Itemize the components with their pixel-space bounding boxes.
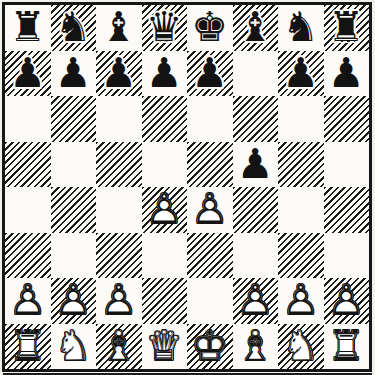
white-queen: ♛♕ (142, 324, 188, 370)
white-knight: ♞♘ (51, 324, 97, 370)
square-d5[interactable] (142, 142, 188, 188)
black-pawn-glyph: ♟ (5, 51, 51, 97)
square-f7[interactable] (233, 51, 279, 97)
black-pawn-glyph: ♟ (51, 51, 97, 97)
square-d1[interactable]: ♛♕ (142, 324, 188, 370)
square-g6[interactable] (278, 96, 324, 142)
black-queen: ♛ (142, 5, 188, 51)
white-pawn-outline: ♙ (187, 187, 233, 233)
black-pawn: ♟ (278, 51, 324, 97)
black-knight: ♞ (51, 5, 97, 51)
square-f8[interactable]: ♝ (233, 5, 279, 51)
white-knight-outline: ♘ (51, 324, 97, 370)
square-d4[interactable]: ♟♙ (142, 187, 188, 233)
black-pawn: ♟ (5, 51, 51, 97)
square-f6[interactable] (233, 96, 279, 142)
black-bishop: ♝ (233, 5, 279, 51)
white-bishop-outline: ♗ (233, 324, 279, 370)
square-b8[interactable]: ♞ (51, 5, 97, 51)
square-c7[interactable]: ♟ (96, 51, 142, 97)
square-c6[interactable] (96, 96, 142, 142)
square-c3[interactable] (96, 233, 142, 279)
white-rook: ♜♖ (5, 324, 51, 370)
square-e8[interactable]: ♚ (187, 5, 233, 51)
square-c2[interactable]: ♟♙ (96, 278, 142, 324)
black-pawn: ♟ (142, 51, 188, 97)
square-a4[interactable] (5, 187, 51, 233)
white-pawn: ♟♙ (278, 278, 324, 324)
square-h7[interactable]: ♟ (324, 51, 370, 97)
black-bishop-glyph: ♝ (233, 5, 279, 51)
square-h5[interactable] (324, 142, 370, 188)
square-d6[interactable] (142, 96, 188, 142)
square-h4[interactable] (324, 187, 370, 233)
black-king: ♚ (187, 5, 233, 51)
square-h8[interactable]: ♜ (324, 5, 370, 51)
black-pawn-glyph: ♟ (187, 51, 233, 97)
chess-board: ♜♞♝♛♚♝♞♜♟♟♟♟♟♟♟♟♟♙♟♙♟♙♟♙♟♙♟♙♟♙♟♙♜♖♞♘♝♗♛♕… (2, 2, 372, 372)
white-rook-outline: ♖ (324, 324, 370, 370)
square-b1[interactable]: ♞♘ (51, 324, 97, 370)
square-e1[interactable]: ♚♔ (187, 324, 233, 370)
square-g4[interactable] (278, 187, 324, 233)
square-d8[interactable]: ♛ (142, 5, 188, 51)
black-pawn: ♟ (96, 51, 142, 97)
white-king: ♚♔ (187, 324, 233, 370)
white-knight-outline: ♘ (278, 324, 324, 370)
white-bishop: ♝♗ (96, 324, 142, 370)
black-queen-glyph: ♛ (142, 5, 188, 51)
square-d3[interactable] (142, 233, 188, 279)
square-c4[interactable] (96, 187, 142, 233)
black-pawn-glyph: ♟ (142, 51, 188, 97)
white-pawn-outline: ♙ (233, 278, 279, 324)
square-g7[interactable]: ♟ (278, 51, 324, 97)
square-a3[interactable] (5, 233, 51, 279)
white-rook-outline: ♖ (5, 324, 51, 370)
white-king-outline: ♔ (187, 324, 233, 370)
white-pawn-outline: ♙ (278, 278, 324, 324)
square-f1[interactable]: ♝♗ (233, 324, 279, 370)
square-b4[interactable] (51, 187, 97, 233)
square-h1[interactable]: ♜♖ (324, 324, 370, 370)
black-pawn-glyph: ♟ (324, 51, 370, 97)
white-pawn-outline: ♙ (96, 278, 142, 324)
black-knight: ♞ (278, 5, 324, 51)
square-a1[interactable]: ♜♖ (5, 324, 51, 370)
white-pawn: ♟♙ (233, 278, 279, 324)
square-g5[interactable] (278, 142, 324, 188)
square-h2[interactable]: ♟♙ (324, 278, 370, 324)
black-rook: ♜ (324, 5, 370, 51)
black-bishop: ♝ (96, 5, 142, 51)
square-e2[interactable] (187, 278, 233, 324)
black-pawn: ♟ (187, 51, 233, 97)
black-pawn-glyph: ♟ (96, 51, 142, 97)
square-f5[interactable]: ♟ (233, 142, 279, 188)
square-c1[interactable]: ♝♗ (96, 324, 142, 370)
square-e3[interactable] (187, 233, 233, 279)
black-rook-glyph: ♜ (5, 5, 51, 51)
square-c5[interactable] (96, 142, 142, 188)
black-pawn: ♟ (324, 51, 370, 97)
white-queen-outline: ♕ (142, 324, 188, 370)
square-a6[interactable] (5, 96, 51, 142)
square-g8[interactable]: ♞ (278, 5, 324, 51)
white-pawn: ♟♙ (96, 278, 142, 324)
square-b6[interactable] (51, 96, 97, 142)
white-pawn-outline: ♙ (142, 187, 188, 233)
square-c8[interactable]: ♝ (96, 5, 142, 51)
white-pawn: ♟♙ (51, 278, 97, 324)
square-f2[interactable]: ♟♙ (233, 278, 279, 324)
black-pawn: ♟ (233, 142, 279, 188)
white-pawn: ♟♙ (187, 187, 233, 233)
black-pawn-glyph: ♟ (233, 142, 279, 188)
square-b3[interactable] (51, 233, 97, 279)
square-d7[interactable]: ♟ (142, 51, 188, 97)
square-g1[interactable]: ♞♘ (278, 324, 324, 370)
black-bishop-glyph: ♝ (96, 5, 142, 51)
white-bishop: ♝♗ (233, 324, 279, 370)
white-knight: ♞♘ (278, 324, 324, 370)
square-f3[interactable] (233, 233, 279, 279)
square-a2[interactable]: ♟♙ (5, 278, 51, 324)
white-pawn-outline: ♙ (51, 278, 97, 324)
square-h6[interactable] (324, 96, 370, 142)
black-knight-glyph: ♞ (278, 5, 324, 51)
square-e4[interactable]: ♟♙ (187, 187, 233, 233)
black-king-glyph: ♚ (187, 5, 233, 51)
square-g2[interactable]: ♟♙ (278, 278, 324, 324)
white-bishop-outline: ♗ (96, 324, 142, 370)
diagram-page: ♜♞♝♛♚♝♞♜♟♟♟♟♟♟♟♟♟♙♟♙♟♙♟♙♟♙♟♙♟♙♟♙♜♖♞♘♝♗♛♕… (0, 0, 375, 375)
black-pawn: ♟ (51, 51, 97, 97)
square-b5[interactable] (51, 142, 97, 188)
square-e5[interactable] (187, 142, 233, 188)
square-a5[interactable] (5, 142, 51, 188)
square-a7[interactable]: ♟ (5, 51, 51, 97)
square-f4[interactable] (233, 187, 279, 233)
black-rook: ♜ (5, 5, 51, 51)
black-pawn-glyph: ♟ (278, 51, 324, 97)
white-pawn: ♟♙ (142, 187, 188, 233)
square-b2[interactable]: ♟♙ (51, 278, 97, 324)
white-rook: ♜♖ (324, 324, 370, 370)
white-pawn: ♟♙ (324, 278, 370, 324)
square-e7[interactable]: ♟ (187, 51, 233, 97)
square-h3[interactable] (324, 233, 370, 279)
square-e6[interactable] (187, 96, 233, 142)
white-pawn-outline: ♙ (324, 278, 370, 324)
square-g3[interactable] (278, 233, 324, 279)
square-d2[interactable] (142, 278, 188, 324)
white-pawn: ♟♙ (5, 278, 51, 324)
square-a8[interactable]: ♜ (5, 5, 51, 51)
square-b7[interactable]: ♟ (51, 51, 97, 97)
white-pawn-outline: ♙ (5, 278, 51, 324)
black-knight-glyph: ♞ (51, 5, 97, 51)
black-rook-glyph: ♜ (324, 5, 370, 51)
